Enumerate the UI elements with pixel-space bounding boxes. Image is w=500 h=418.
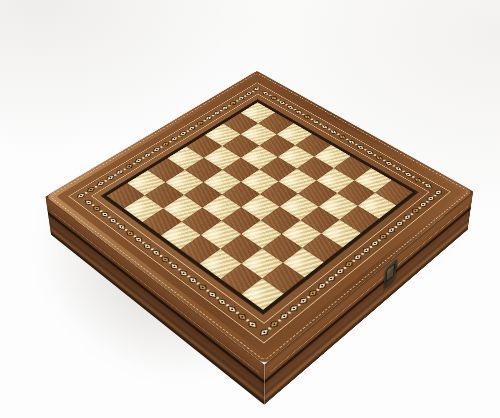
diamond-inlay-icon: [368, 239, 382, 249]
inlay-diamond-motif: [183, 273, 204, 288]
diamond-inlay-icon: [215, 296, 230, 307]
inlay-diamond-motif: [192, 280, 213, 296]
inlay-diamond-motif: [95, 208, 115, 221]
inlay-diamond-motif: [390, 217, 410, 231]
diamond-inlay-icon: [225, 304, 240, 315]
diamond-inlay-icon: [267, 318, 282, 330]
inlay-diamond-motif: [231, 309, 253, 326]
square-r2c1: [163, 195, 202, 221]
square-r5c2: [241, 220, 281, 248]
square-r7c2: [282, 248, 323, 278]
square-r5c0: [200, 249, 241, 279]
inlay-diamond-motif: [302, 285, 323, 301]
inlay-diamond-motif: [242, 316, 264, 333]
diamond-inlay-icon: [149, 248, 163, 258]
square-r1c0: [124, 195, 163, 221]
inlay-diamond-motif: [79, 196, 98, 209]
diamond-inlay-icon: [177, 268, 191, 278]
diamond-inlay-icon: [205, 289, 220, 300]
square-r7c6: [357, 193, 396, 219]
inlay-diamond-motif: [103, 214, 123, 227]
inlay-diamond-motif: [263, 316, 285, 333]
inlay-diamond-motif: [339, 257, 360, 272]
inlay-diamond-motif: [129, 233, 149, 247]
diamond-inlay-icon: [385, 225, 398, 234]
diamond-inlay-icon: [115, 222, 128, 231]
square-r4c3: [241, 194, 280, 220]
diamond-inlay-icon: [306, 288, 320, 299]
diamond-inlay-icon: [424, 194, 437, 203]
square-r5c1: [221, 234, 262, 263]
diamond-inlay-icon: [167, 261, 181, 271]
scene: [0, 0, 500, 418]
inlay-diamond-motif: [414, 198, 433, 211]
inlay-diamond-motif: [356, 243, 376, 257]
square-r5c4: [280, 194, 319, 220]
inlay-diamond-motif: [211, 294, 232, 310]
square-r4c0: [180, 235, 221, 264]
inlay-diamond-motif: [87, 202, 106, 215]
diamond-inlay-icon: [409, 206, 422, 215]
inlay-diamond-motif: [221, 301, 243, 317]
inlay-diamond-motif: [164, 259, 185, 274]
diamond-inlay-icon: [235, 311, 250, 322]
inlay-diamond-motif: [273, 308, 295, 324]
diamond-inlay-icon: [376, 232, 389, 242]
square-r6c5: [319, 193, 358, 219]
square-r6c0: [220, 263, 262, 294]
square-r4c1: [201, 221, 241, 249]
square-r6c1: [241, 248, 282, 278]
diamond-inlay-icon: [296, 295, 311, 306]
inlay-diamond-motif: [202, 287, 223, 303]
square-r6c2: [261, 234, 302, 263]
diamond-inlay-icon: [245, 319, 260, 330]
diamond-inlay-icon: [257, 326, 272, 338]
photo-background: [0, 0, 500, 418]
inlay-diamond-motif: [373, 230, 393, 244]
square-r4c2: [221, 207, 260, 234]
square-r3c2: [202, 194, 241, 220]
diamond-inlay-icon: [333, 266, 347, 276]
chess-box: [46, 71, 474, 365]
square-r5c3: [261, 207, 300, 234]
inlay-diamond-motif: [137, 239, 157, 253]
diamond-inlay-icon: [287, 303, 302, 314]
diamond-inlay-icon: [277, 311, 292, 322]
diamond-inlay-icon: [123, 229, 136, 238]
square-r7c4: [321, 219, 361, 247]
diamond-inlay-icon: [82, 198, 95, 207]
square-r2c0: [142, 208, 182, 235]
inlay-diamond-motif: [120, 226, 140, 240]
inlay-diamond-motif: [406, 204, 425, 217]
inlay-diamond-motif: [112, 220, 132, 234]
inlay-diamond-motif: [321, 271, 342, 286]
diamond-inlay-icon: [417, 200, 430, 209]
diamond-inlay-icon: [324, 273, 338, 284]
inlay-diamond-motif: [293, 293, 314, 309]
inlay-diamond-motif: [146, 246, 166, 260]
inlay-diamond-motif: [398, 211, 418, 224]
square-r6c3: [281, 220, 321, 248]
diamond-inlay-icon: [360, 245, 374, 255]
inlay-diamond-motif: [155, 252, 176, 267]
diamond-inlay-icon: [393, 219, 406, 228]
inlay-diamond-motif: [312, 278, 333, 293]
square-r3c0: [161, 221, 201, 249]
diamond-inlay-icon: [351, 252, 365, 262]
diamond-inlay-icon: [107, 216, 120, 225]
inlay-diamond-motif: [173, 266, 194, 281]
diamond-inlay-icon: [186, 275, 200, 285]
diamond-inlay-icon: [432, 188, 445, 197]
diamond-inlay-icon: [315, 280, 329, 291]
diamond-inlay-icon: [342, 259, 356, 269]
diamond-inlay-icon: [401, 213, 414, 222]
diamond-inlay-icon: [132, 235, 146, 245]
square-r6c4: [300, 206, 339, 233]
square-r7c3: [302, 233, 343, 262]
square-r7c0: [241, 278, 284, 310]
square-r3c1: [182, 208, 222, 235]
inlay-diamond-motif: [253, 324, 275, 341]
board-lid-top: [46, 71, 474, 365]
diamond-inlay-icon: [141, 241, 155, 251]
square-r7c1: [262, 263, 304, 294]
inlay-diamond-motif: [381, 223, 401, 237]
diamond-inlay-icon: [90, 204, 103, 213]
inlay-diamond-motif: [283, 300, 305, 316]
inlay-diamond-motif: [348, 250, 368, 265]
inlay-diamond-motif: [330, 264, 351, 279]
diamond-inlay-icon: [98, 210, 111, 219]
diamond-inlay-icon: [195, 282, 209, 293]
diamond-inlay-icon: [158, 255, 172, 265]
square-r7c5: [340, 206, 379, 233]
inlay-diamond-motif: [365, 236, 385, 250]
